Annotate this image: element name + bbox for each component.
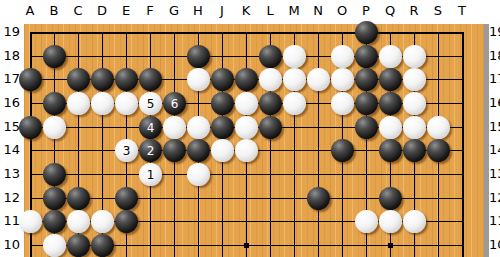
stone-black-N12 — [307, 187, 330, 210]
stone-black-A17 — [19, 68, 42, 91]
column-label-L: L — [262, 3, 278, 19]
row-label-right-13: 13 — [489, 166, 500, 182]
stone-black-F17 — [139, 68, 162, 91]
go-board[interactable]: 564321 — [24, 24, 484, 257]
stone-black-D10 — [91, 234, 114, 257]
column-label-A: A — [22, 3, 38, 19]
stone-black-P16 — [355, 92, 378, 115]
column-label-B: B — [46, 3, 62, 19]
row-label-left-10: 10 — [0, 237, 20, 253]
stone-black-B18 — [43, 45, 66, 68]
stone-black-G16: 6 — [163, 92, 186, 115]
stone-black-Q14 — [379, 139, 402, 162]
stone-black-P19 — [355, 21, 378, 44]
stone-white-P11 — [355, 210, 378, 233]
stone-white-O16 — [331, 92, 354, 115]
stone-black-D17 — [91, 68, 114, 91]
stone-black-P18 — [355, 45, 378, 68]
column-label-M: M — [286, 3, 302, 19]
stone-black-J15 — [211, 116, 234, 139]
stone-white-K16 — [235, 92, 258, 115]
stone-white-E14: 3 — [115, 139, 138, 162]
row-label-right-14: 14 — [489, 142, 500, 158]
stone-white-R16 — [403, 92, 426, 115]
move-number-label-F15: 4 — [147, 122, 155, 134]
row-label-left-17: 17 — [0, 71, 20, 87]
star-point-K10 — [244, 243, 249, 248]
move-number-label-E14: 3 — [123, 145, 131, 157]
stone-white-R11 — [403, 210, 426, 233]
stone-black-B13 — [43, 163, 66, 186]
move-number-label-F13: 1 — [147, 169, 155, 181]
grid-line-vertical-N — [318, 32, 319, 257]
stone-black-G14 — [163, 139, 186, 162]
stone-white-C11 — [67, 210, 90, 233]
stone-black-Q12 — [379, 187, 402, 210]
grid-line-vertical-T — [462, 32, 464, 257]
stone-black-L15 — [259, 116, 282, 139]
stone-black-L16 — [259, 92, 282, 115]
stone-black-R14 — [403, 139, 426, 162]
stone-white-Q18 — [379, 45, 402, 68]
column-label-E: E — [118, 3, 134, 19]
grid-line-horizontal-13 — [30, 174, 463, 175]
stone-black-F15: 4 — [139, 116, 162, 139]
stone-white-Q15 — [379, 116, 402, 139]
move-number-label-F14: 2 — [147, 145, 155, 157]
stone-white-O17 — [331, 68, 354, 91]
stone-white-J14 — [211, 139, 234, 162]
stone-black-B11 — [43, 210, 66, 233]
row-label-right-11: 11 — [489, 213, 500, 229]
stone-white-L17 — [259, 68, 282, 91]
column-label-H: H — [190, 3, 206, 19]
stone-white-S15 — [427, 116, 450, 139]
grid-line-horizontal-19 — [30, 32, 463, 34]
stone-white-O18 — [331, 45, 354, 68]
stone-black-B16 — [43, 92, 66, 115]
stone-white-H17 — [187, 68, 210, 91]
stone-white-G15 — [163, 116, 186, 139]
stone-black-Q16 — [379, 92, 402, 115]
row-label-left-12: 12 — [0, 190, 20, 206]
stone-black-B12 — [43, 187, 66, 210]
stone-white-E16 — [115, 92, 138, 115]
stone-white-K14 — [235, 139, 258, 162]
stone-white-R15 — [403, 116, 426, 139]
row-label-left-15: 15 — [0, 119, 20, 135]
stone-black-Q17 — [379, 68, 402, 91]
column-label-F: F — [142, 3, 158, 19]
column-label-J: J — [214, 3, 230, 19]
stone-black-P17 — [355, 68, 378, 91]
stone-white-D16 — [91, 92, 114, 115]
stone-black-C10 — [67, 234, 90, 257]
stone-white-F13: 1 — [139, 163, 162, 186]
row-label-left-16: 16 — [0, 95, 20, 111]
row-label-right-16: 16 — [489, 95, 500, 111]
move-number-label-F16: 5 — [147, 98, 155, 110]
stone-white-M18 — [283, 45, 306, 68]
stone-black-O14 — [331, 139, 354, 162]
column-label-C: C — [70, 3, 86, 19]
stone-black-C12 — [67, 187, 90, 210]
row-label-left-14: 14 — [0, 142, 20, 158]
stone-white-Q11 — [379, 210, 402, 233]
stone-black-J16 — [211, 92, 234, 115]
stone-black-H18 — [187, 45, 210, 68]
column-label-G: G — [166, 3, 182, 19]
stone-white-M17 — [283, 68, 306, 91]
stone-white-D11 — [91, 210, 114, 233]
stone-white-M16 — [283, 92, 306, 115]
column-label-Q: Q — [382, 3, 398, 19]
row-label-left-18: 18 — [0, 48, 20, 64]
row-label-left-19: 19 — [0, 24, 20, 40]
stone-black-P15 — [355, 116, 378, 139]
stone-white-H15 — [187, 116, 210, 139]
row-label-right-12: 12 — [489, 190, 500, 206]
stone-black-J17 — [211, 68, 234, 91]
column-label-T: T — [454, 3, 470, 19]
stone-white-R17 — [403, 68, 426, 91]
stone-white-K15 — [235, 116, 258, 139]
stone-black-E11 — [115, 210, 138, 233]
stone-white-C16 — [67, 92, 90, 115]
stone-white-B15 — [43, 116, 66, 139]
stone-white-R18 — [403, 45, 426, 68]
row-label-right-19: 19 — [489, 24, 500, 40]
row-label-left-11: 11 — [0, 213, 20, 229]
stone-black-K17 — [235, 68, 258, 91]
stone-black-L18 — [259, 45, 282, 68]
stone-white-N17 — [307, 68, 330, 91]
stone-black-F14: 2 — [139, 139, 162, 162]
stone-white-H13 — [187, 163, 210, 186]
stone-white-B10 — [43, 234, 66, 257]
stone-white-A11 — [19, 210, 42, 233]
column-label-K: K — [238, 3, 254, 19]
star-point-Q10 — [388, 243, 393, 248]
stone-black-A15 — [19, 116, 42, 139]
column-label-R: R — [406, 3, 422, 19]
stone-black-S14 — [427, 139, 450, 162]
stone-black-H14 — [187, 139, 210, 162]
column-label-S: S — [430, 3, 446, 19]
row-label-right-10: 10 — [489, 237, 500, 253]
row-label-right-18: 18 — [489, 48, 500, 64]
column-label-D: D — [94, 3, 110, 19]
move-number-label-G16: 6 — [171, 98, 179, 110]
row-label-right-17: 17 — [489, 71, 500, 87]
row-label-left-13: 13 — [0, 166, 20, 182]
row-label-right-15: 15 — [489, 119, 500, 135]
stone-black-E17 — [115, 68, 138, 91]
go-board-app: 564321 ABCDEFGHJKLMNOPQRST19191818171716… — [0, 0, 500, 257]
stone-black-C17 — [67, 68, 90, 91]
column-label-P: P — [358, 3, 374, 19]
column-label-O: O — [334, 3, 350, 19]
stone-white-F16: 5 — [139, 92, 162, 115]
column-label-N: N — [310, 3, 326, 19]
stone-black-E12 — [115, 187, 138, 210]
